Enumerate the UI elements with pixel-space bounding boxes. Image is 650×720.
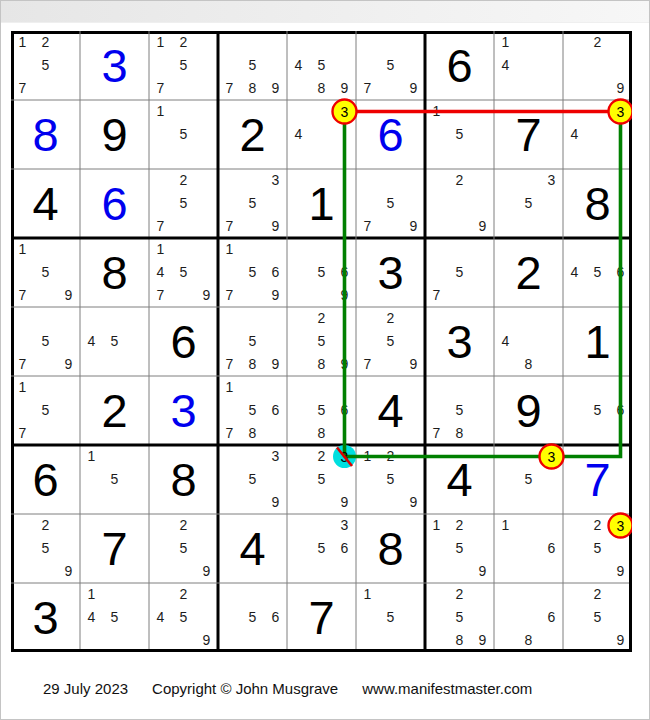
candidate-1: 1 [149,238,172,261]
cell-r8c7: 1259 [425,514,494,583]
given-digit: 7 [287,583,356,652]
candidate-7: 7 [11,422,34,445]
candidate-5: 5 [586,261,609,284]
candidate-9: 9 [264,215,287,238]
candidate-1: 1 [218,376,241,399]
footer-date: 29 July 2023 [43,680,128,697]
solver-digit: 7 [563,445,632,514]
candidate-4: 4 [287,123,310,146]
candidate-9: 9 [195,629,218,652]
candidate-9: 9 [402,353,425,376]
candidate-9: 9 [609,629,632,652]
candidate-4: 4 [149,261,172,284]
candidate-1: 1 [494,31,517,54]
candidate-8: 8 [310,422,333,445]
candidate-5: 5 [241,261,264,284]
cell-r7c8: 5 [494,445,563,514]
given-digit: 1 [563,307,632,376]
solver-digit: 3 [80,31,149,100]
candidate-5: 5 [34,261,57,284]
candidate-9: 9 [195,284,218,307]
candidate-1: 1 [80,445,103,468]
candidate-9: 9 [264,353,287,376]
candidate-5: 5 [517,192,540,215]
cell-r9c1: 3 [11,583,80,652]
cell-r1c7: 6 [425,31,494,100]
candidate-7: 7 [218,422,241,445]
candidate-1: 1 [425,514,448,537]
candidate-9: 9 [264,77,287,100]
candidate-3: 3 [540,169,563,192]
cell-r4c4: 15679 [218,238,287,307]
candidate-9: 9 [195,560,218,583]
candidate-5: 5 [241,468,264,491]
candidate-2: 2 [34,514,57,537]
candidate-5: 5 [586,606,609,629]
candidate-9: 9 [57,560,80,583]
candidate-5: 5 [310,54,333,77]
candidate-5: 5 [172,537,195,560]
given-digit: 3 [11,583,80,652]
given-digit: 3 [356,238,425,307]
given-digit: 6 [11,445,80,514]
candidate-7: 7 [11,77,34,100]
candidate-4: 4 [287,54,310,77]
cell-r7c1: 6 [11,445,80,514]
candidate-1: 1 [149,100,172,123]
cell-r9c4: 56 [218,583,287,652]
candidate-8: 8 [310,77,333,100]
candidate-9: 9 [471,560,494,583]
candidate-7: 7 [11,284,34,307]
candidate-5: 5 [448,399,471,422]
cell-r4c9: 456 [563,238,632,307]
candidate-7: 7 [218,353,241,376]
candidate-1: 1 [356,583,379,606]
cell-r6c2: 2 [80,376,149,445]
cell-r1c9: 29 [563,31,632,100]
cell-r4c2: 8 [80,238,149,307]
candidate-9: 9 [57,353,80,376]
cell-r6c7: 578 [425,376,494,445]
candidate-7: 7 [149,284,172,307]
candidate-9: 9 [333,491,356,514]
candidate-2: 2 [379,307,402,330]
candidate-6: 6 [540,537,563,560]
cell-r8c9: 259 [563,514,632,583]
candidate-6: 6 [333,537,356,560]
given-digit: 4 [425,445,494,514]
candidate-2: 2 [586,514,609,537]
candidate-9: 9 [333,353,356,376]
cell-r7c3: 8 [149,445,218,514]
cell-r8c2: 7 [80,514,149,583]
solver-digit: 3 [149,376,218,445]
candidate-5: 5 [448,123,471,146]
candidate-5: 5 [172,606,195,629]
candidate-5: 5 [172,54,195,77]
cell-r1c1: 1257 [11,31,80,100]
given-digit: 3 [425,307,494,376]
cell-r8c8: 16 [494,514,563,583]
candidate-1: 1 [494,514,517,537]
candidate-5: 5 [448,537,471,560]
candidate-1: 1 [149,31,172,54]
cell-r6c8: 9 [494,376,563,445]
given-digit: 6 [149,307,218,376]
cell-r4c5: 569 [287,238,356,307]
cell-r3c9: 8 [563,169,632,238]
cell-r9c5: 7 [287,583,356,652]
given-digit: 6 [425,31,494,100]
cell-r3c7: 29 [425,169,494,238]
cell-r9c6: 15 [356,583,425,652]
cell-r8c1: 259 [11,514,80,583]
candidate-8: 8 [517,629,540,652]
candidate-5: 5 [34,54,57,77]
candidate-5: 5 [103,468,126,491]
given-digit: 8 [80,238,149,307]
candidate-5: 5 [34,399,57,422]
cell-r2c5: 4 [287,100,356,169]
candidate-9: 9 [402,77,425,100]
cell-r2c9: 4 [563,100,632,169]
candidate-7: 7 [425,422,448,445]
candidate-8: 8 [241,353,264,376]
candidate-2: 2 [448,583,471,606]
cell-r1c4: 5789 [218,31,287,100]
candidate-5: 5 [34,330,57,353]
candidate-5: 5 [172,192,195,215]
cell-r4c7: 57 [425,238,494,307]
cell-r7c2: 15 [80,445,149,514]
cell-r6c3: 3 [149,376,218,445]
cell-r9c3: 2459 [149,583,218,652]
given-digit: 4 [218,514,287,583]
cells-layer: 1257312575789458957961429891524615744625… [11,31,632,652]
cell-r2c3: 15 [149,100,218,169]
given-digit: 9 [494,376,563,445]
candidate-2: 2 [379,445,402,468]
candidate-7: 7 [425,284,448,307]
cell-r5c6: 2579 [356,307,425,376]
candidate-1: 1 [11,31,34,54]
candidate-7: 7 [149,215,172,238]
candidate-9: 9 [471,215,494,238]
cell-r3c4: 3579 [218,169,287,238]
candidate-4: 4 [563,261,586,284]
candidate-5: 5 [448,261,471,284]
given-digit: 2 [494,238,563,307]
candidate-6: 6 [264,261,287,284]
cell-r6c5: 568 [287,376,356,445]
candidate-1: 1 [11,376,34,399]
cell-r5c4: 5789 [218,307,287,376]
cell-r2c6: 6 [356,100,425,169]
candidate-5: 5 [310,468,333,491]
cell-r9c2: 145 [80,583,149,652]
candidate-2: 2 [172,514,195,537]
candidate-6: 6 [333,261,356,284]
footer-website: www.manifestmaster.com [362,680,532,697]
candidate-9: 9 [609,560,632,583]
cell-r3c6: 579 [356,169,425,238]
candidate-1: 1 [425,100,448,123]
given-digit: 8 [563,169,632,238]
candidate-5: 5 [310,330,333,353]
given-digit: 2 [218,100,287,169]
cell-r5c7: 3 [425,307,494,376]
candidate-2: 2 [448,514,471,537]
candidate-4: 4 [80,606,103,629]
cell-r9c8: 68 [494,583,563,652]
candidate-2: 2 [172,169,195,192]
cell-r8c4: 4 [218,514,287,583]
candidate-5: 5 [172,261,195,284]
cell-r3c2: 6 [80,169,149,238]
candidate-7: 7 [218,284,241,307]
candidate-9: 9 [57,284,80,307]
cell-r8c5: 356 [287,514,356,583]
candidate-7: 7 [356,353,379,376]
cell-r8c6: 8 [356,514,425,583]
candidate-5: 5 [379,606,402,629]
cell-r6c6: 4 [356,376,425,445]
cell-r3c1: 4 [11,169,80,238]
given-digit: 7 [80,514,149,583]
candidate-9: 9 [471,629,494,652]
candidate-5: 5 [241,606,264,629]
cell-r1c8: 14 [494,31,563,100]
candidate-9: 9 [264,284,287,307]
candidate-1: 1 [356,445,379,468]
sudoku-board: 1257312575789458957961429891524615744625… [11,31,632,652]
cell-r1c5: 4589 [287,31,356,100]
candidate-2: 2 [586,583,609,606]
solver-digit: 6 [356,100,425,169]
candidate-9: 9 [264,491,287,514]
candidate-2: 2 [586,31,609,54]
candidate-5: 5 [34,537,57,560]
candidate-1: 1 [80,583,103,606]
candidate-5: 5 [448,606,471,629]
cell-r5c8: 48 [494,307,563,376]
cell-r3c8: 35 [494,169,563,238]
cell-r5c5: 2589 [287,307,356,376]
candidate-3: 3 [264,445,287,468]
candidate-3: 3 [333,514,356,537]
cell-r2c2: 9 [80,100,149,169]
candidate-9: 9 [333,77,356,100]
given-digit: 2 [80,376,149,445]
candidate-7: 7 [11,353,34,376]
cell-r5c2: 45 [80,307,149,376]
candidate-5: 5 [103,606,126,629]
cell-r2c4: 2 [218,100,287,169]
candidate-2: 2 [448,169,471,192]
candidate-6: 6 [264,399,287,422]
candidate-8: 8 [310,353,333,376]
candidate-9: 9 [333,284,356,307]
cell-r3c5: 1 [287,169,356,238]
cell-r4c1: 1579 [11,238,80,307]
candidate-6: 6 [540,606,563,629]
candidate-9: 9 [609,77,632,100]
candidate-5: 5 [172,123,195,146]
candidate-5: 5 [310,537,333,560]
cell-r5c1: 579 [11,307,80,376]
candidate-5: 5 [586,399,609,422]
cell-r2c7: 15 [425,100,494,169]
candidate-4: 4 [494,330,517,353]
candidate-5: 5 [310,399,333,422]
cell-r1c6: 579 [356,31,425,100]
cell-r7c7: 4 [425,445,494,514]
cell-r4c6: 3 [356,238,425,307]
cell-r4c8: 2 [494,238,563,307]
cell-r4c3: 14579 [149,238,218,307]
candidate-2: 2 [310,445,333,468]
candidate-9: 9 [402,215,425,238]
candidate-2: 2 [310,307,333,330]
candidate-5: 5 [586,537,609,560]
candidate-5: 5 [241,330,264,353]
candidate-1: 1 [11,238,34,261]
footer-copyright: Copyright © John Musgrave [152,680,338,697]
candidate-4: 4 [80,330,103,353]
given-digit: 4 [11,169,80,238]
cell-r9c9: 259 [563,583,632,652]
solver-digit: 6 [80,169,149,238]
cell-r1c2: 3 [80,31,149,100]
cell-r3c3: 257 [149,169,218,238]
candidate-6: 6 [609,399,632,422]
sudoku-diagram-page: 1257312575789458957961429891524615744625… [0,0,650,720]
candidate-2: 2 [172,31,195,54]
cell-r5c9: 1 [563,307,632,376]
candidate-4: 4 [494,54,517,77]
cell-r7c5: 259 [287,445,356,514]
top-gray-bar [1,1,650,23]
candidate-2: 2 [34,31,57,54]
solver-digit: 8 [11,100,80,169]
candidate-7: 7 [149,77,172,100]
cell-r7c6: 1259 [356,445,425,514]
candidate-7: 7 [218,77,241,100]
candidate-3: 3 [264,169,287,192]
candidate-7: 7 [218,215,241,238]
candidate-9: 9 [402,491,425,514]
candidate-6: 6 [264,606,287,629]
candidate-4: 4 [149,606,172,629]
candidate-5: 5 [379,330,402,353]
candidate-5: 5 [310,261,333,284]
given-digit: 7 [494,100,563,169]
cell-r6c4: 15678 [218,376,287,445]
given-digit: 4 [356,376,425,445]
candidate-5: 5 [241,54,264,77]
cell-r7c4: 359 [218,445,287,514]
candidate-2: 2 [172,583,195,606]
given-digit: 1 [287,169,356,238]
cell-r5c3: 6 [149,307,218,376]
candidate-7: 7 [356,215,379,238]
cell-r7c9: 7 [563,445,632,514]
candidate-6: 6 [333,399,356,422]
candidate-8: 8 [241,422,264,445]
cell-r6c1: 157 [11,376,80,445]
candidate-8: 8 [241,77,264,100]
candidate-5: 5 [379,54,402,77]
candidate-5: 5 [241,399,264,422]
given-digit: 8 [149,445,218,514]
candidate-6: 6 [609,261,632,284]
candidate-5: 5 [103,330,126,353]
candidate-8: 8 [517,353,540,376]
cell-r2c8: 7 [494,100,563,169]
candidate-1: 1 [218,238,241,261]
candidate-4: 4 [563,123,586,146]
footer: 29 July 2023Copyright © John Musgravewww… [43,680,623,700]
cell-r1c3: 1257 [149,31,218,100]
cell-r6c9: 56 [563,376,632,445]
candidate-8: 8 [448,629,471,652]
candidate-5: 5 [379,468,402,491]
cell-r2c1: 8 [11,100,80,169]
candidate-7: 7 [356,77,379,100]
cell-r8c3: 259 [149,514,218,583]
candidate-5: 5 [379,192,402,215]
given-digit: 8 [356,514,425,583]
candidate-8: 8 [448,422,471,445]
cell-r9c7: 2589 [425,583,494,652]
candidate-5: 5 [517,468,540,491]
given-digit: 9 [80,100,149,169]
candidate-5: 5 [241,192,264,215]
